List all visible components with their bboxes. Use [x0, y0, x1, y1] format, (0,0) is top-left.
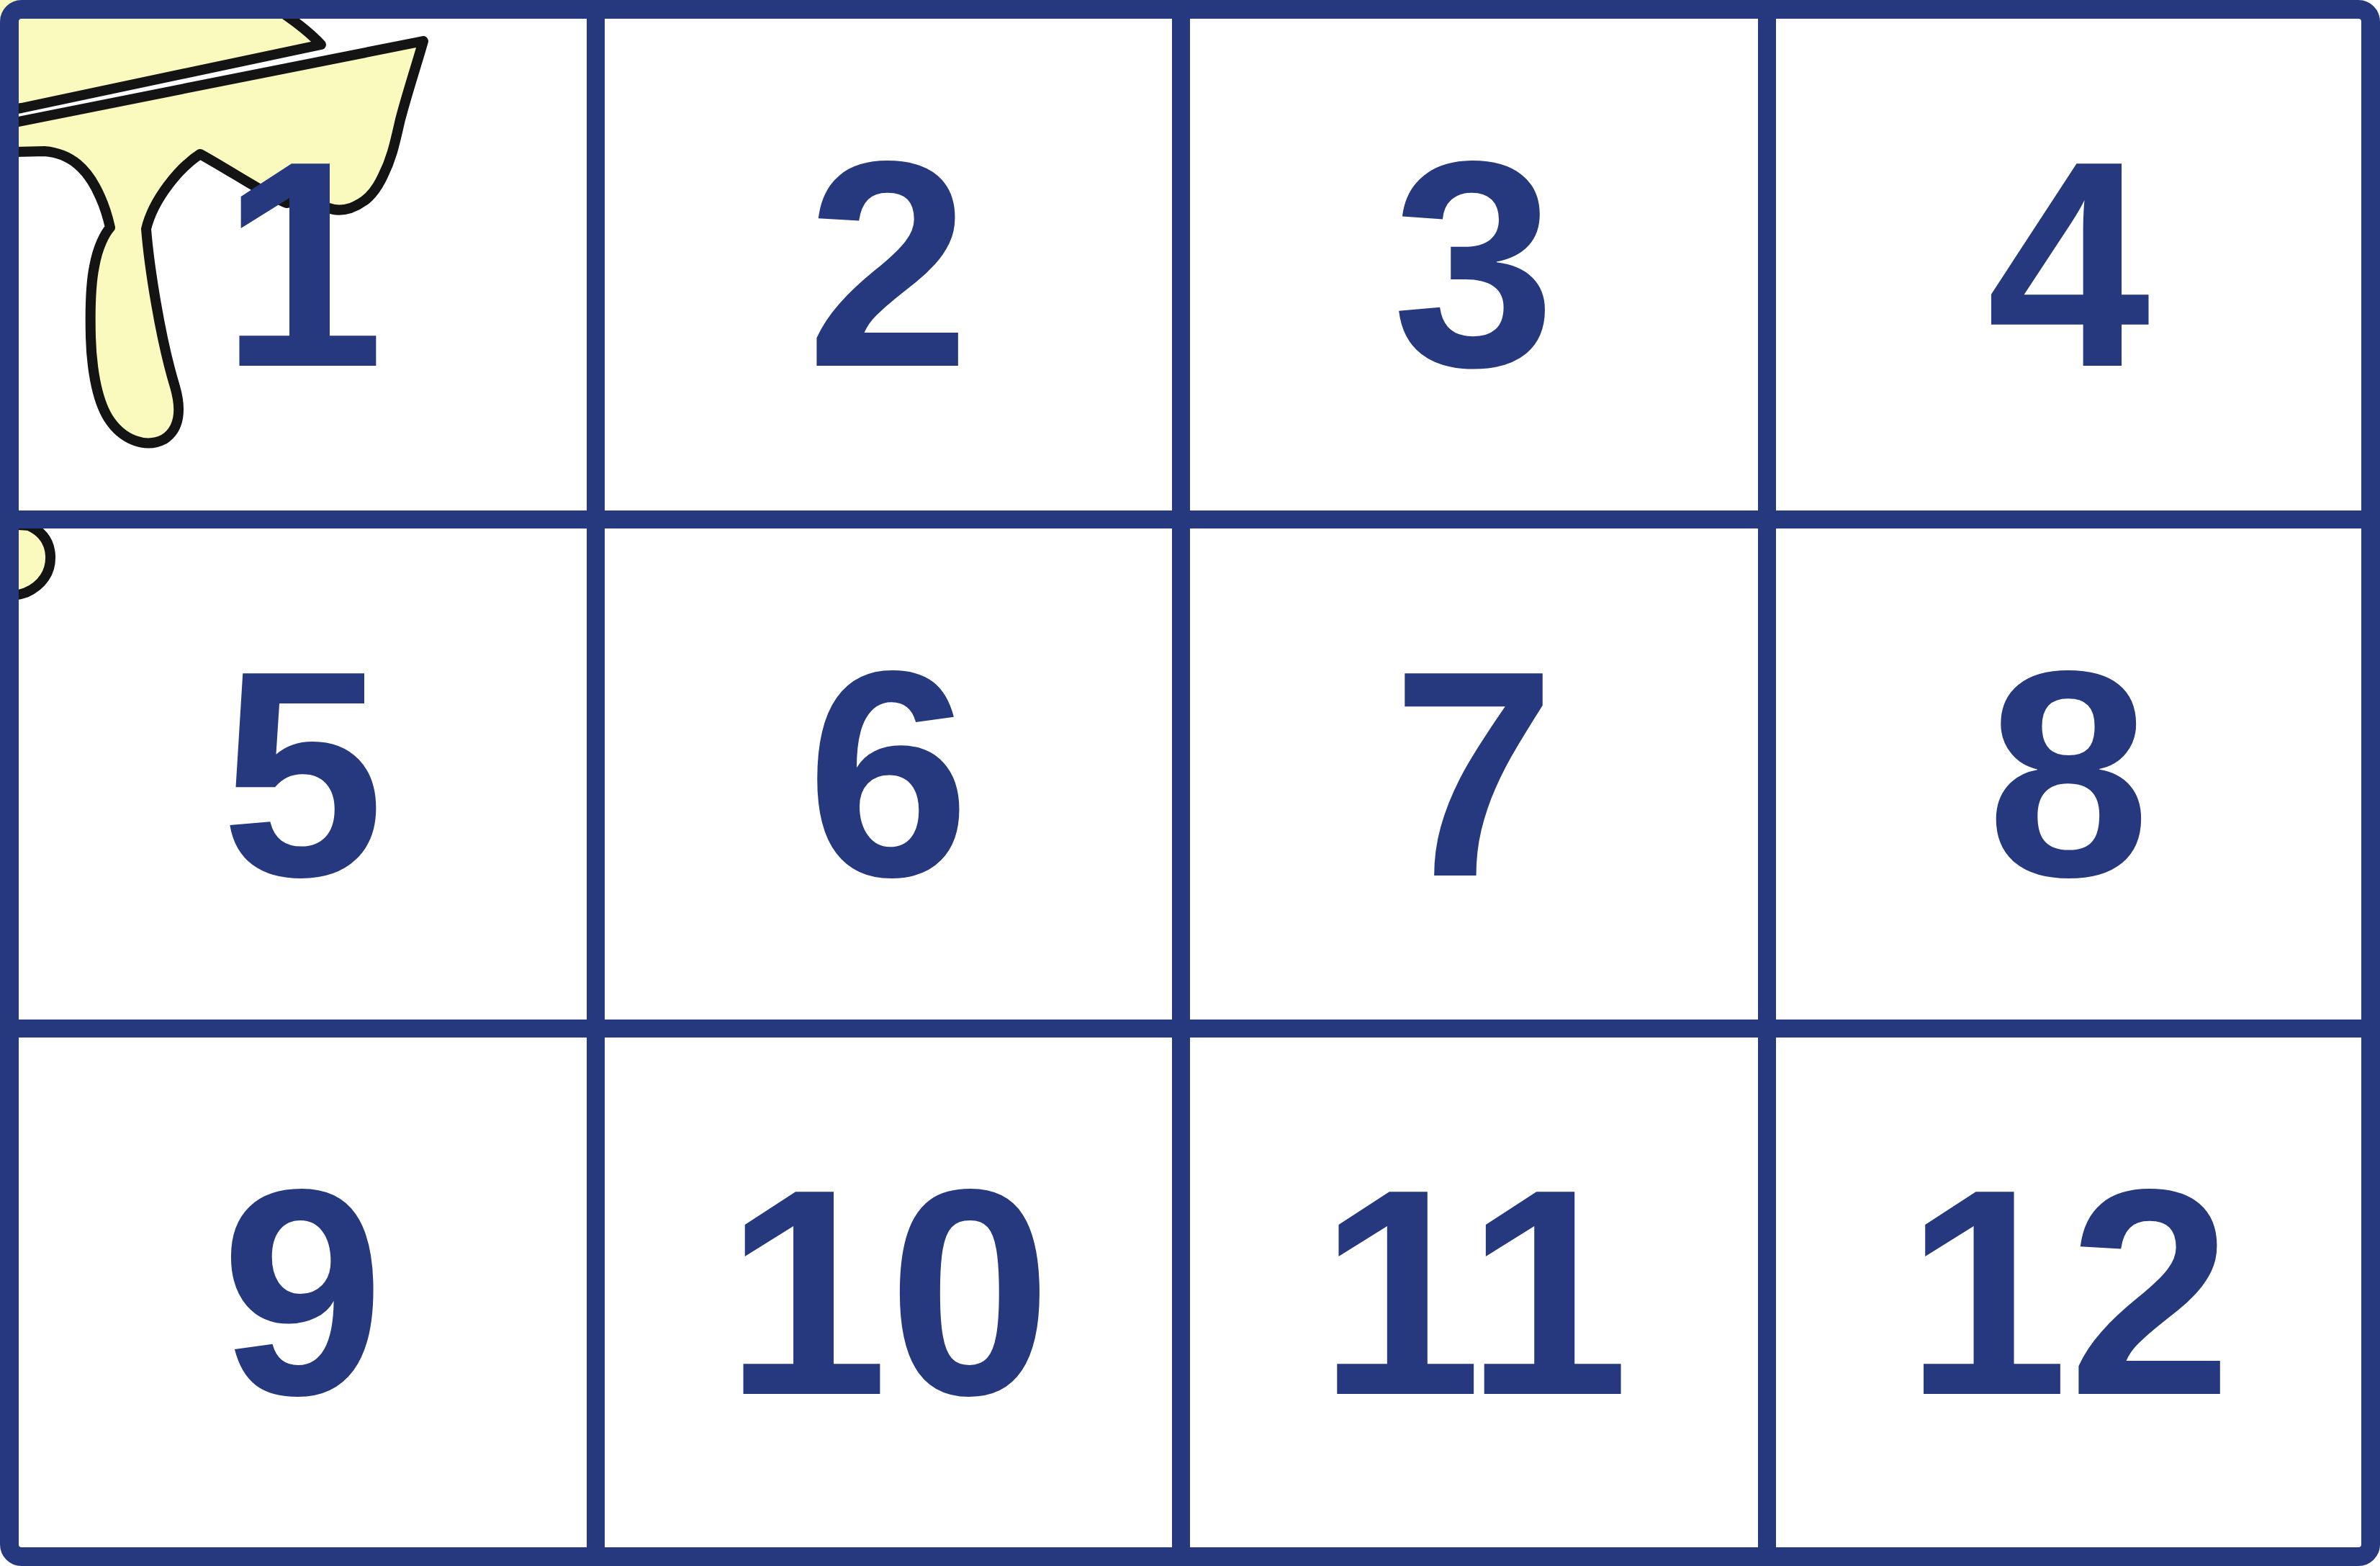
cell-number: 3: [1392, 117, 1556, 411]
cell-number: 10: [725, 1146, 1052, 1439]
cell-number: 9: [221, 1146, 384, 1439]
cell-number: 7: [1392, 627, 1556, 921]
cell-number: 5: [221, 627, 384, 921]
cell-4[interactable]: 4: [1776, 19, 2362, 528]
cell-11[interactable]: 11: [1190, 1038, 1776, 1547]
cell-number: 2: [806, 117, 970, 411]
cell-3[interactable]: 3: [1190, 19, 1776, 528]
number-grid-board: 1 2 3 4 5 6 7 8 9 10 11 12: [0, 0, 2380, 1566]
cell-2[interactable]: 2: [605, 19, 1191, 528]
cell-6[interactable]: 6: [605, 528, 1191, 1038]
cell-number: 12: [1905, 1146, 2232, 1439]
cell-10[interactable]: 10: [605, 1038, 1191, 1547]
cell-number: 8: [1987, 627, 2150, 921]
cell-number: 4: [1987, 117, 2150, 411]
cell-number: 11: [1319, 1146, 1629, 1439]
cell-7[interactable]: 7: [1190, 528, 1776, 1038]
cell-1[interactable]: 1: [19, 19, 605, 528]
cell-number: 6: [806, 627, 970, 921]
cell-9[interactable]: 9: [19, 1038, 605, 1547]
cell-number: 1: [221, 117, 384, 411]
cell-12[interactable]: 12: [1776, 1038, 2362, 1547]
cell-5[interactable]: 5: [19, 528, 605, 1038]
cell-8[interactable]: 8: [1776, 528, 2362, 1038]
worksheet-page: 1 2 3 4 5 6 7 8 9 10 11 12: [0, 0, 2380, 1566]
